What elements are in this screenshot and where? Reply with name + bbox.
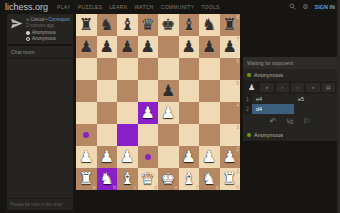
square-e3[interactable] <box>158 124 179 146</box>
white-pawn-h2[interactable]: ♟ <box>223 149 237 165</box>
chat-panel: Chat room Please be nice in the chat! <box>7 46 73 210</box>
game-meta-line: ∞ Casual • Correspondence <box>26 17 70 22</box>
square-a4[interactable] <box>76 102 97 124</box>
online-indicator <box>247 133 251 137</box>
file-label-d: d <box>154 185 157 190</box>
square-g5[interactable] <box>199 80 220 102</box>
move-empty <box>294 104 336 114</box>
rank-label-8: 8 <box>236 15 239 20</box>
square-c3[interactable] <box>117 124 138 146</box>
square-e8[interactable]: ♚ <box>158 14 179 36</box>
rank-label-7: 7 <box>236 37 239 42</box>
square-f2[interactable]: ♟ <box>179 146 200 168</box>
white-pawn-b2[interactable]: ♟ <box>100 149 114 165</box>
rank-label-4: 4 <box>236 103 239 108</box>
square-d5[interactable] <box>138 80 159 102</box>
game-actions: ↶½⚐ <box>243 114 337 129</box>
square-g2[interactable]: ♟ <box>199 146 220 168</box>
square-b1[interactable]: ♞b <box>97 168 118 190</box>
square-e1[interactable]: ♚e <box>158 168 179 190</box>
black-pawn-c7[interactable]: ♟ <box>120 39 134 55</box>
chat-room-title[interactable]: Chat room <box>7 46 73 59</box>
square-d7[interactable]: ♟ <box>138 36 159 58</box>
square-f7[interactable]: ♟ <box>179 36 200 58</box>
square-d6[interactable] <box>138 58 159 80</box>
square-h6[interactable]: 6 <box>220 58 241 80</box>
chat-input[interactable]: Please be nice in the chat! <box>7 198 73 210</box>
board-menu-icon[interactable]: ▤ <box>322 83 335 92</box>
square-h8[interactable]: ♜8 <box>220 14 241 36</box>
white-rook-h1[interactable]: ♜ <box>223 171 237 187</box>
file-label-f: f <box>197 185 198 190</box>
file-label-e: e <box>175 185 178 190</box>
square-h2[interactable]: ♟2 <box>220 146 241 168</box>
square-h5[interactable]: 5 <box>220 80 241 102</box>
square-a8[interactable]: ♜ <box>76 14 97 36</box>
topbar-menu: PLAYPUZZLESLEARNWATCHCOMMUNITYTOOLS <box>57 4 220 10</box>
square-g4[interactable] <box>199 102 220 124</box>
black-queen-d8[interactable]: ♛ <box>141 17 155 33</box>
square-e6[interactable] <box>158 58 179 80</box>
move-number: 1 <box>243 94 252 104</box>
square-h3[interactable]: 3 <box>220 124 241 146</box>
black-knight-b8[interactable]: ♞ <box>100 17 114 33</box>
square-a6[interactable] <box>76 58 97 80</box>
topbar: lichess.org PLAYPUZZLESLEARNWATCHCOMMUNI… <box>0 0 340 13</box>
player-top[interactable]: Anonymous <box>243 69 337 81</box>
square-d4[interactable]: ♟ <box>138 102 159 124</box>
black-pawn-h7[interactable]: ♟ <box>223 39 237 55</box>
square-c8[interactable]: ♝ <box>117 14 138 36</box>
square-e2[interactable] <box>158 146 179 168</box>
menu-item-watch[interactable]: WATCH <box>134 4 153 10</box>
square-f1[interactable]: ♝f <box>179 168 200 190</box>
move-list: 1e4e52d4 <box>243 94 337 114</box>
square-g7[interactable]: ♟ <box>199 36 220 58</box>
square-h4[interactable]: 4 <box>220 102 241 124</box>
rank-label-6: 6 <box>236 59 239 64</box>
square-c2[interactable]: ♟ <box>117 146 138 168</box>
black-pawn-f7[interactable]: ♟ <box>182 39 196 55</box>
prev-move-icon[interactable]: ‹ <box>276 83 289 92</box>
black-bishop-c8[interactable]: ♝ <box>120 17 134 33</box>
white-knight-b1[interactable]: ♞ <box>100 171 114 187</box>
move-nav-row: ♟«‹›»▤ <box>243 81 337 94</box>
black-pawn-a7[interactable]: ♟ <box>79 39 93 55</box>
player-bottom[interactable]: Anonymous <box>243 129 337 141</box>
correspondence-icon <box>10 17 23 41</box>
meta-players: AnonymousAnonymous <box>26 30 70 41</box>
move-e5[interactable]: e5 <box>294 94 336 104</box>
move-row: 2d4 <box>243 104 337 114</box>
square-e7[interactable] <box>158 36 179 58</box>
move-d4[interactable]: d4 <box>252 104 294 114</box>
next-move-icon[interactable]: › <box>291 83 304 92</box>
square-e5[interactable]: ♟ <box>158 80 179 102</box>
square-c1[interactable]: ♝c <box>117 168 138 190</box>
square-f8[interactable]: ♝ <box>179 14 200 36</box>
menu-item-play[interactable]: PLAY <box>57 4 71 10</box>
topbar-right: ⚙ SIGN IN <box>289 3 335 10</box>
square-a5[interactable] <box>76 80 97 102</box>
white-pawn-d4[interactable]: ♟ <box>141 105 155 121</box>
square-c4[interactable] <box>117 102 138 124</box>
square-a1[interactable]: ♜a <box>76 168 97 190</box>
white-knight-g1[interactable]: ♞ <box>202 171 216 187</box>
white-queen-d1[interactable]: ♛ <box>141 171 155 187</box>
black-pawn-g7[interactable]: ♟ <box>202 39 216 55</box>
square-b7[interactable]: ♟ <box>97 36 118 58</box>
menu-item-learn[interactable]: LEARN <box>109 4 127 10</box>
file-label-a: a <box>93 185 96 190</box>
move-dest-dot-a3[interactable] <box>83 132 89 138</box>
square-b6[interactable] <box>97 58 118 80</box>
menu-item-tools[interactable]: TOOLS <box>201 4 219 10</box>
move-number: 2 <box>243 104 252 114</box>
move-e4[interactable]: e4 <box>252 94 294 104</box>
sign-in-button[interactable]: SIGN IN <box>315 4 335 10</box>
rank-label-1: 1 <box>236 169 239 174</box>
white-pawn-a2[interactable]: ♟ <box>79 149 93 165</box>
first-move-icon[interactable]: « <box>260 83 273 92</box>
square-b2[interactable]: ♟ <box>97 146 118 168</box>
square-h1[interactable]: ♜h1 <box>220 168 241 190</box>
game-meta-text: ∞ Casual • Correspondence 2 minutes ago … <box>26 17 70 41</box>
black-rook-a8[interactable]: ♜ <box>79 17 93 33</box>
file-label-g: g <box>216 185 219 190</box>
white-rook-a1[interactable]: ♜ <box>79 171 93 187</box>
black-color-icon <box>26 37 30 41</box>
player-bottom-name: Anonymous <box>254 132 283 138</box>
square-g3[interactable] <box>199 124 220 146</box>
time-control: ∞ <box>26 17 29 22</box>
file-label-b: b <box>113 185 116 190</box>
square-a7[interactable]: ♟ <box>76 36 97 58</box>
square-f5[interactable] <box>179 80 200 102</box>
lichess-logo[interactable]: lichess.org <box>5 2 48 12</box>
black-pawn-b7[interactable]: ♟ <box>100 39 114 55</box>
square-b5[interactable] <box>97 80 118 102</box>
chess-board[interactable]: ♜♞♝♛♚♝♞♜8♟♟♟♟♟♟♟76♟5♟♟43♟♟♟♟♟♟2♜a♞b♝c♛d♚… <box>76 14 240 190</box>
black-king-e8[interactable]: ♚ <box>161 17 175 33</box>
black-rook-h8[interactable]: ♜ <box>223 17 237 33</box>
gear-icon[interactable]: ⚙ <box>302 3 308 10</box>
chat-messages <box>7 59 73 198</box>
square-c5[interactable] <box>117 80 138 102</box>
square-d1[interactable]: ♛d <box>138 168 159 190</box>
square-g1[interactable]: ♞g <box>199 168 220 190</box>
black-pawn-e5[interactable]: ♟ <box>161 83 175 99</box>
square-a2[interactable]: ♟ <box>76 146 97 168</box>
white-pawn-f2[interactable]: ♟ <box>182 149 196 165</box>
square-c7[interactable]: ♟ <box>117 36 138 58</box>
white-bishop-c1[interactable]: ♝ <box>120 171 134 187</box>
square-a3[interactable] <box>76 124 97 146</box>
black-pawn-d7[interactable]: ♟ <box>141 39 155 55</box>
move-dest-dot-d2[interactable] <box>145 154 151 160</box>
black-bishop-f8[interactable]: ♝ <box>182 17 196 33</box>
meta-player-black: Anonymous <box>26 36 70 41</box>
square-h7[interactable]: ♟7 <box>220 36 241 58</box>
white-pawn-c2[interactable]: ♟ <box>120 149 134 165</box>
square-c6[interactable] <box>117 58 138 80</box>
square-b4[interactable] <box>97 102 118 124</box>
game-mode: Casual <box>30 17 44 22</box>
speed-link[interactable]: Correspondence <box>49 17 70 22</box>
square-g6[interactable] <box>199 58 220 80</box>
black-knight-g8[interactable]: ♞ <box>202 17 216 33</box>
status-bar: Waiting for opponent <box>243 57 337 69</box>
game-meta-panel: ∞ Casual • Correspondence 2 minutes ago … <box>7 14 73 44</box>
square-d2[interactable] <box>138 146 159 168</box>
game-started-ago: 2 minutes ago <box>26 23 70 28</box>
square-f4[interactable] <box>179 102 200 124</box>
menu-item-puzzles[interactable]: PUZZLES <box>78 4 103 10</box>
white-bishop-f1[interactable]: ♝ <box>182 171 196 187</box>
last-move-icon[interactable]: » <box>306 83 319 92</box>
lichess-page: lichess.org PLAYPUZZLESLEARNWATCHCOMMUNI… <box>0 0 340 213</box>
offer-draw-icon[interactable]: ½ <box>286 118 293 126</box>
game-side-panel: Waiting for opponent Anonymous ♟«‹›»▤ 1e… <box>243 57 337 141</box>
white-pawn-g2[interactable]: ♟ <box>202 149 216 165</box>
move-row: 1e4e5 <box>243 94 337 104</box>
takeback-icon[interactable]: ↶ <box>270 118 277 126</box>
file-label-h: h <box>236 185 239 190</box>
menu-item-community[interactable]: COMMUNITY <box>161 4 195 10</box>
online-indicator <box>247 73 251 77</box>
search-icon[interactable] <box>289 3 296 10</box>
square-d8[interactable]: ♛ <box>138 14 159 36</box>
rank-label-3: 3 <box>236 125 239 130</box>
file-label-c: c <box>134 185 137 190</box>
player-top-name: Anonymous <box>254 72 283 78</box>
square-f6[interactable] <box>179 58 200 80</box>
square-g8[interactable]: ♞ <box>199 14 220 36</box>
square-d3[interactable] <box>138 124 159 146</box>
rank-label-2: 2 <box>236 147 239 152</box>
white-pawn-e4[interactable]: ♟ <box>161 105 175 121</box>
square-f3[interactable] <box>179 124 200 146</box>
square-b8[interactable]: ♞ <box>97 14 118 36</box>
square-b3[interactable] <box>97 124 118 146</box>
resign-icon[interactable]: ⚐ <box>303 118 310 126</box>
white-king-e1[interactable]: ♚ <box>161 171 175 187</box>
rank-label-5: 5 <box>236 81 239 86</box>
analysis-board-icon[interactable]: ♟ <box>245 83 258 92</box>
white-color-icon <box>26 31 30 35</box>
square-e4[interactable]: ♟ <box>158 102 179 124</box>
